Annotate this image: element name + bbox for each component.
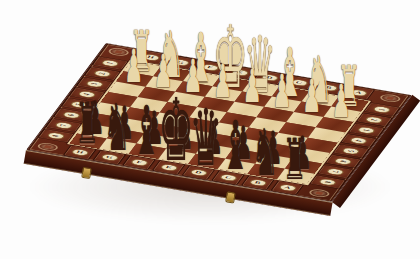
- piece-black-rook[interactable]: ♜: [75, 96, 98, 153]
- coordinate-medallion: 5: [341, 147, 361, 155]
- piece-white-pawn[interactable]: ♟: [273, 68, 292, 114]
- coordinate-medallion: 2: [364, 116, 384, 124]
- rank-label: 3: [362, 129, 371, 132]
- coordinate-medallion: 1: [100, 59, 120, 67]
- coordinate-medallion: 8: [46, 132, 66, 140]
- piece-black-bishop[interactable]: ♝: [222, 112, 250, 180]
- rank-label: 4: [354, 139, 363, 142]
- piece-black-knight[interactable]: ♞: [103, 94, 130, 159]
- piece-white-pawn[interactable]: ♟: [302, 73, 321, 119]
- rank-label: 8: [323, 181, 332, 184]
- piece-white-pawn[interactable]: ♟: [243, 63, 262, 109]
- coordinate-medallion: 1: [372, 105, 392, 113]
- brass-clasp-icon: [81, 167, 92, 179]
- rank-label: 5: [346, 149, 355, 152]
- coordinate-medallion: 4: [349, 136, 369, 144]
- piece-black-rook[interactable]: ♜: [283, 131, 306, 188]
- rank-label: 2: [369, 118, 378, 121]
- rank-label: 1: [106, 62, 115, 65]
- piece-white-pawn[interactable]: ♟: [332, 78, 351, 124]
- coordinate-medallion: 6: [333, 157, 353, 165]
- rank-label: 2: [98, 72, 107, 75]
- coordinate-medallion: 8: [318, 178, 338, 186]
- rank-label: 7: [331, 170, 340, 173]
- coordinate-medallion: 7: [54, 121, 74, 129]
- piece-black-bishop[interactable]: ♝: [133, 97, 161, 165]
- piece-black-queen[interactable]: ♛: [190, 98, 222, 176]
- rank-label: 3: [90, 82, 99, 85]
- coordinate-medallion: 3: [85, 80, 105, 88]
- rank-label: 8: [51, 134, 60, 137]
- piece-white-pawn[interactable]: ♟: [124, 43, 143, 89]
- coordinate-medallion: 7: [326, 168, 346, 176]
- coordinate-medallion: 2: [93, 69, 113, 77]
- rank-label: 1: [377, 108, 386, 111]
- scene: HGFEDCBA 12345678 12345678 HGFEDCBA ♜♞♝♚…: [0, 0, 420, 259]
- piece-black-king[interactable]: ♚: [158, 87, 194, 173]
- piece-black-knight[interactable]: ♞: [252, 120, 279, 185]
- coordinate-medallion: 3: [357, 126, 377, 134]
- rank-label: 6: [338, 160, 347, 163]
- rank-label: 7: [59, 124, 68, 127]
